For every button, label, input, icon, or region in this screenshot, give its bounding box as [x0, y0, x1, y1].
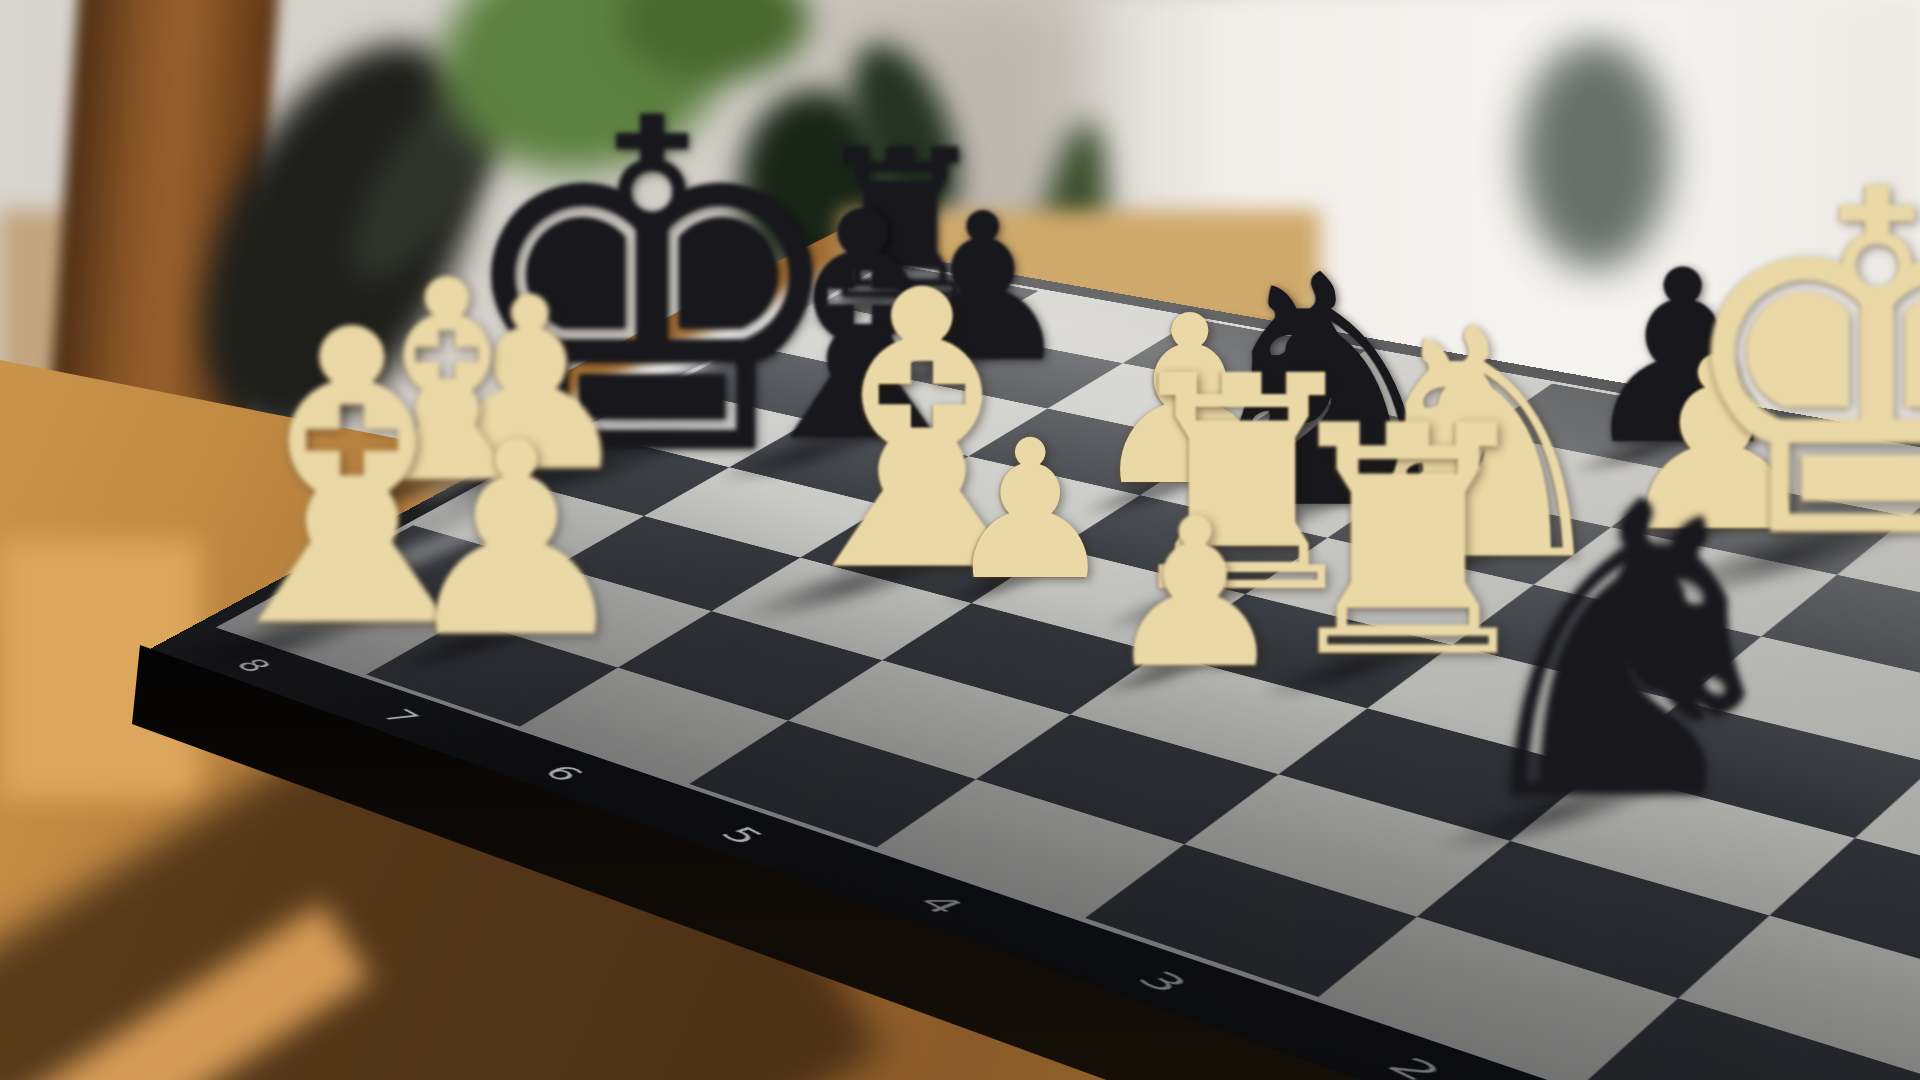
piece-white-P-e4[interactable]: ♟ — [1103, 491, 1288, 697]
pieces-layer: ♝♟♚♜♝♟♝♟♝♟♟♞♟♜♜♞♟♟♚♞ — [0, 0, 1920, 1080]
piece-white-P-e5[interactable]: ♟ — [944, 415, 1116, 607]
piece-black-N-e2[interactable]: ♞ — [1446, 451, 1810, 857]
piece-white-P-b7[interactable]: ♟ — [396, 407, 635, 674]
